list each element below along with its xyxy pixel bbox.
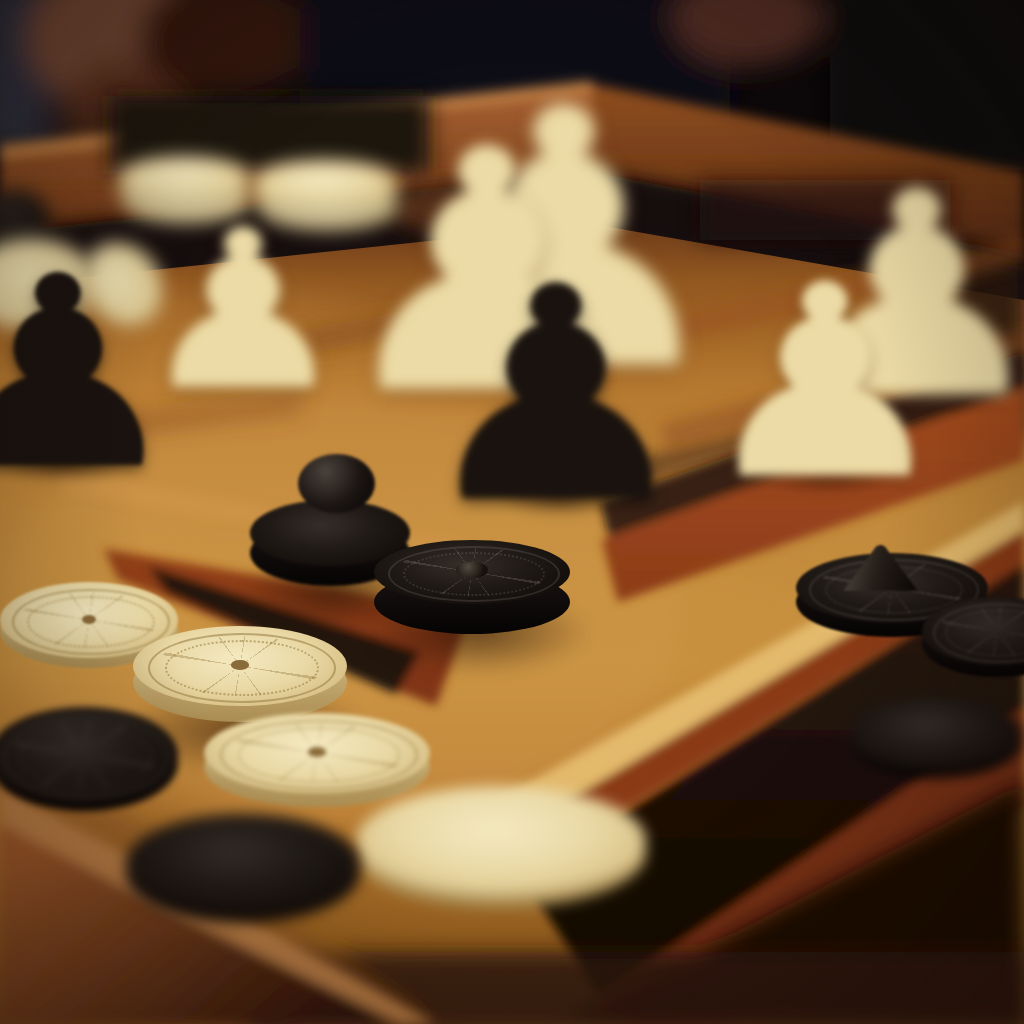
engraved-ring	[148, 633, 336, 703]
checker-glyph: ⛀	[0, 582, 1, 583]
checker-face	[126, 814, 360, 914]
pieces-layer: ⛂⛀⛀⛀⛀♟♟♟♟♟♟♟⛂⛂⛂⛂⛀⛀⛂⛀⛂⛀⛂	[0, 0, 1024, 1024]
black-pawn-left[interactable]: ♟	[2, 286, 114, 472]
engraved-dotted-ring	[165, 640, 319, 695]
engraved-spokes	[939, 606, 1024, 656]
checker-center-hub	[308, 747, 326, 757]
black-pawn-center[interactable]: ♟	[506, 298, 606, 506]
black-checker-focused[interactable]: ⛂	[374, 540, 570, 604]
checker-glyph: ⛀	[204, 713, 205, 714]
checker-glyph: ⛂	[250, 500, 251, 501]
black-checker-foreground[interactable]: ⛂	[126, 814, 360, 914]
engraved-dotted-ring	[238, 727, 400, 782]
engraved-spokes	[396, 548, 549, 595]
backgammon-photo-scene: ⛂⛀⛀⛀⛀♟♟♟♟♟♟♟⛂⛂⛂⛂⛀⛀⛂⛀⛂⛀⛂	[0, 0, 1024, 1024]
checker-glyph: ⛀	[356, 786, 357, 787]
cream-checker-lower[interactable]: ⛀	[204, 713, 430, 793]
checker-glyph: ⛂	[850, 698, 851, 699]
black-checker-left-edge[interactable]: ⛂	[0, 707, 178, 803]
checker-face	[374, 540, 570, 604]
checker-center-hub	[82, 615, 96, 624]
checker-center-hub	[456, 562, 487, 579]
cream-pawn-right[interactable]: ♟	[770, 294, 880, 482]
checker-glyph: ⛂	[796, 553, 797, 554]
engraved-dotted-ring	[18, 724, 154, 789]
checker-face	[356, 786, 646, 896]
ball-knob	[298, 454, 375, 513]
checker-glyph: ⛀	[118, 156, 119, 157]
engraved-dotted-ring	[945, 609, 1024, 657]
engraved-ring	[220, 720, 418, 790]
cream-checker-middle[interactable]: ⛀	[133, 626, 347, 706]
checker-face	[850, 698, 1022, 770]
engraved-spokes	[11, 719, 158, 790]
checker-face	[204, 713, 430, 793]
black-checker-right-edge[interactable]: ⛂	[922, 597, 1024, 665]
cream-pawn-left[interactable]: ♟	[188, 237, 298, 392]
engraved-dotted-ring	[403, 552, 544, 597]
black-checker-right-blurred[interactable]: ⛂	[850, 698, 1022, 770]
checker-center-hub	[231, 660, 248, 670]
engraved-ring	[3, 716, 169, 799]
engraved-spokes	[229, 723, 405, 782]
engraved-ring	[388, 546, 561, 602]
engraved-spokes	[157, 636, 324, 695]
black-pawn-glyph: ♟	[0, 242, 186, 506]
checker-glyph: ⛂	[374, 540, 375, 541]
black-pawn-glyph: ♟	[413, 249, 699, 544]
cream-pawn-glyph: ♟	[696, 249, 955, 516]
checker-glyph: ⛂	[922, 597, 923, 598]
checker-glyph: ⛀	[252, 160, 253, 161]
checker-face	[133, 626, 347, 706]
checker-glyph: ⛀	[133, 626, 134, 627]
engraved-ring	[933, 603, 1024, 663]
cream-checker-foreground[interactable]: ⛀	[356, 786, 646, 896]
checker-glyph: ⛂	[126, 814, 127, 815]
